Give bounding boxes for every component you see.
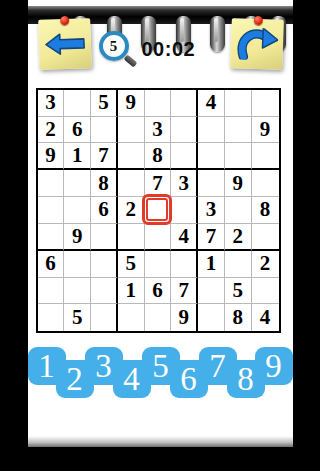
cell-r1c3[interactable]: 5 (91, 90, 118, 117)
game-timer: 00:02 (142, 38, 196, 61)
cell-r8c4[interactable]: 1 (118, 278, 145, 305)
cell-r7c2[interactable] (64, 251, 91, 278)
cell-r8c8[interactable]: 5 (225, 278, 252, 305)
cell-r6c8[interactable]: 2 (225, 224, 252, 251)
cell-r4c6[interactable]: 3 (171, 170, 198, 197)
hints-count: 5 (110, 38, 118, 55)
cell-r3c2[interactable]: 1 (64, 143, 91, 170)
cell-r1c8[interactable] (225, 90, 252, 117)
cell-r3c6[interactable] (171, 143, 198, 170)
cell-r8c9[interactable] (252, 278, 279, 305)
cell-r3c1[interactable]: 9 (38, 143, 65, 170)
cell-r7c9[interactable]: 2 (252, 251, 279, 278)
cell-r2c7[interactable] (198, 117, 225, 144)
selected-cell-highlight (142, 194, 173, 225)
cell-r2c8[interactable] (225, 117, 252, 144)
cell-r3c5[interactable]: 8 (145, 143, 172, 170)
cell-r5c4[interactable]: 2 (118, 197, 145, 224)
cell-r3c4[interactable] (118, 143, 145, 170)
cell-r9c4[interactable] (118, 304, 145, 331)
cell-r9c2[interactable]: 5 (64, 304, 91, 331)
cell-r7c7[interactable]: 1 (198, 251, 225, 278)
cell-r1c4[interactable]: 9 (118, 90, 145, 117)
numpad-button-9[interactable]: 9 (255, 347, 293, 385)
cell-r2c1[interactable]: 2 (38, 117, 65, 144)
cell-r7c6[interactable] (171, 251, 198, 278)
spiral-ring (210, 16, 225, 52)
cell-r8c3[interactable] (91, 278, 118, 305)
cell-r6c7[interactable]: 7 (198, 224, 225, 251)
cell-r8c6[interactable]: 7 (171, 278, 198, 305)
cell-r6c4[interactable] (118, 224, 145, 251)
cell-r5c3[interactable]: 6 (91, 197, 118, 224)
cell-r5c5[interactable] (145, 197, 172, 224)
pin-icon (253, 16, 262, 25)
cell-r6c5[interactable] (145, 224, 172, 251)
bottom-black-bar (28, 447, 293, 471)
cell-r1c1[interactable]: 3 (38, 90, 65, 117)
cell-r5c8[interactable] (225, 197, 252, 224)
cell-r1c2[interactable] (64, 90, 91, 117)
cell-r4c4[interactable] (118, 170, 145, 197)
cell-r9c9[interactable]: 4 (252, 304, 279, 331)
cell-r3c9[interactable] (252, 143, 279, 170)
hint-button[interactable]: 5 (99, 31, 137, 69)
redo-button[interactable] (230, 18, 284, 70)
cell-r8c2[interactable] (64, 278, 91, 305)
cell-r7c1[interactable]: 6 (38, 251, 65, 278)
cell-r4c5[interactable]: 7 (145, 170, 172, 197)
back-arrow-icon (44, 32, 85, 55)
cell-r2c9[interactable]: 9 (252, 117, 279, 144)
cell-r6c1[interactable] (38, 224, 65, 251)
cell-r4c3[interactable]: 8 (91, 170, 118, 197)
cell-r6c2[interactable]: 9 (64, 224, 91, 251)
cell-r3c3[interactable]: 7 (91, 143, 118, 170)
cell-r9c6[interactable]: 9 (171, 304, 198, 331)
cell-r2c6[interactable] (171, 117, 198, 144)
cell-r7c8[interactable] (225, 251, 252, 278)
cell-r8c5[interactable]: 6 (145, 278, 172, 305)
back-button[interactable] (38, 18, 92, 70)
redo-arrow-icon (235, 27, 278, 60)
cell-r7c4[interactable]: 5 (118, 251, 145, 278)
cell-r5c9[interactable]: 8 (252, 197, 279, 224)
cell-r9c8[interactable]: 8 (225, 304, 252, 331)
cell-r6c3[interactable] (91, 224, 118, 251)
sudoku-board: 359426399178873962389472651216755984 (36, 88, 281, 333)
cell-r4c1[interactable] (38, 170, 65, 197)
cell-r5c7[interactable]: 3 (198, 197, 225, 224)
pin-icon (60, 16, 69, 25)
cell-r6c9[interactable] (252, 224, 279, 251)
cell-r3c7[interactable] (198, 143, 225, 170)
cell-r7c3[interactable] (91, 251, 118, 278)
cell-r6c6[interactable]: 4 (171, 224, 198, 251)
cell-r4c2[interactable] (64, 170, 91, 197)
cell-r1c6[interactable] (171, 90, 198, 117)
cell-r5c2[interactable] (64, 197, 91, 224)
cell-r7c5[interactable] (145, 251, 172, 278)
cell-r2c5[interactable]: 3 (145, 117, 172, 144)
cell-r1c9[interactable] (252, 90, 279, 117)
cell-r8c7[interactable] (198, 278, 225, 305)
cell-r8c1[interactable] (38, 278, 65, 305)
sudoku-app: 5 00:02 35942639917887396238947265121675… (28, 0, 293, 471)
cell-r9c3[interactable] (91, 304, 118, 331)
magnifier-handle (123, 55, 137, 68)
cell-r9c1[interactable] (38, 304, 65, 331)
cell-r5c6[interactable] (171, 197, 198, 224)
cell-r1c7[interactable]: 4 (198, 90, 225, 117)
cell-r4c7[interactable] (198, 170, 225, 197)
cell-r2c4[interactable] (118, 117, 145, 144)
cell-r4c8[interactable]: 9 (225, 170, 252, 197)
cell-r9c7[interactable] (198, 304, 225, 331)
cell-r4c9[interactable] (252, 170, 279, 197)
cell-r1c5[interactable] (145, 90, 172, 117)
cell-r2c2[interactable]: 6 (64, 117, 91, 144)
cell-r2c3[interactable] (91, 117, 118, 144)
cell-r9c5[interactable] (145, 304, 172, 331)
cell-r3c8[interactable] (225, 143, 252, 170)
cell-r5c1[interactable] (38, 197, 65, 224)
